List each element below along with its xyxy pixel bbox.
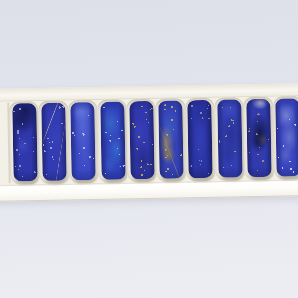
tray-slot (39, 100, 70, 184)
lapis-stone-3 (70, 102, 95, 180)
lapis-stone-10 (276, 98, 298, 176)
tray-slot (9, 101, 40, 185)
tray-slot (185, 98, 216, 182)
tray-slot (244, 97, 275, 181)
lapis-stone-6 (158, 100, 183, 178)
lapis-stone-2 (41, 103, 66, 181)
lapis-stone-1 (12, 103, 37, 181)
lapis-stone-7 (188, 100, 213, 178)
stone-tray (0, 83, 298, 202)
lapis-stone-9 (246, 99, 271, 177)
tray-slot (68, 100, 99, 184)
tray-slot (156, 98, 187, 182)
lapis-stone-8 (217, 99, 242, 177)
product-photo (0, 0, 298, 298)
tray-well (0, 96, 298, 185)
tray-slot (126, 99, 157, 183)
lapis-stone-4 (100, 101, 125, 179)
tray-slot (214, 97, 245, 181)
tray-slot (97, 99, 128, 183)
lapis-stone-5 (129, 101, 154, 179)
tray-slot (273, 96, 298, 180)
